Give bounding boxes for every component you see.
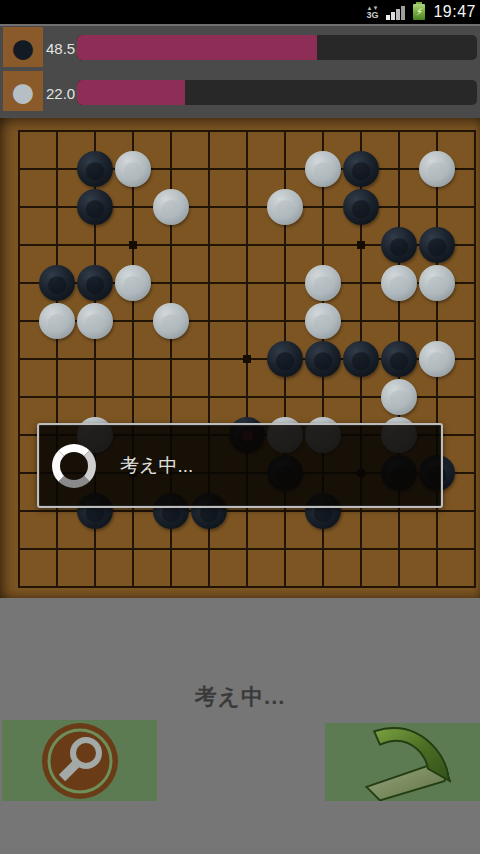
- white-stone: ●: [153, 189, 189, 225]
- black-stone: ●: [305, 341, 341, 377]
- bottom-panel: 考え中...: [0, 598, 480, 854]
- thinking-dialog: 考え中...: [37, 423, 443, 508]
- black-stone: ●: [77, 151, 113, 187]
- data-traffic-icon: ▲▼ 3G: [366, 5, 378, 20]
- star-point: [357, 241, 365, 249]
- black-score-bar-fill: [77, 35, 317, 60]
- black-stone: ●: [381, 341, 417, 377]
- black-stone: ●: [343, 189, 379, 225]
- thinking-dialog-text: 考え中...: [120, 453, 193, 479]
- undo-button[interactable]: [325, 723, 480, 801]
- hint-button[interactable]: [2, 720, 157, 801]
- black-stone: ●: [267, 341, 303, 377]
- white-stone: ●: [419, 341, 455, 377]
- white-stone: ●: [153, 303, 189, 339]
- status-text: 考え中...: [0, 682, 480, 712]
- white-stone: ●: [305, 265, 341, 301]
- white-stone: ●: [419, 151, 455, 187]
- magnifier-icon: [40, 721, 120, 801]
- star-point: [129, 241, 137, 249]
- grid-line: [18, 548, 476, 550]
- white-score-bar-fill: [77, 80, 185, 105]
- black-score-value: 48.5: [46, 40, 76, 57]
- white-stone: ●: [115, 151, 151, 187]
- app-screen: ▲▼ 3G ⚡ 19:47 ● 48.5 ● 22.0 ●●●●●●●●●●●●…: [0, 0, 480, 854]
- signal-strength-icon: [386, 5, 405, 20]
- grid-line: [474, 130, 476, 588]
- charging-bolt-icon: ⚡: [416, 7, 423, 17]
- black-stone: ●: [381, 227, 417, 263]
- battery-charging-icon: ⚡: [413, 4, 425, 20]
- black-stone: ●: [39, 265, 75, 301]
- white-stone: ●: [419, 265, 455, 301]
- black-stone: ●: [419, 227, 455, 263]
- black-score-bar: [77, 35, 477, 60]
- black-player-avatar: ●: [3, 27, 43, 67]
- star-point: [243, 355, 251, 363]
- status-bar: ▲▼ 3G ⚡ 19:47: [0, 0, 480, 24]
- grid-line: [18, 586, 476, 588]
- black-stone: ●: [77, 265, 113, 301]
- black-stone-icon: ●: [9, 29, 37, 65]
- white-stone: ●: [381, 265, 417, 301]
- spinner-icon: [52, 444, 96, 488]
- white-stone: ●: [381, 379, 417, 415]
- black-stone: ●: [77, 189, 113, 225]
- curved-arrow-icon: [355, 723, 451, 801]
- white-stone: ●: [305, 151, 341, 187]
- white-stone: ●: [267, 189, 303, 225]
- white-stone: ●: [115, 265, 151, 301]
- clock: 19:47: [433, 3, 476, 21]
- score-panel: ● 48.5 ● 22.0: [0, 24, 480, 118]
- black-stone: ●: [343, 341, 379, 377]
- white-score-value: 22.0: [46, 85, 76, 102]
- white-player-avatar: ●: [3, 71, 43, 111]
- white-stone: ●: [305, 303, 341, 339]
- black-stone: ●: [343, 151, 379, 187]
- network-type-label: 3G: [366, 11, 378, 20]
- white-score-bar: [77, 80, 477, 105]
- white-stone: ●: [39, 303, 75, 339]
- go-board[interactable]: ●●●●●●●●●●●●●●●●●●●●●●●●●●●●●●●●●●●●●●●: [0, 118, 480, 598]
- white-stone: ●: [77, 303, 113, 339]
- white-stone-icon: ●: [9, 73, 37, 109]
